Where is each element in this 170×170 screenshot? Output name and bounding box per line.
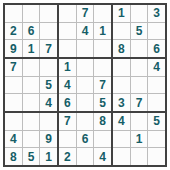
cell-r8c1[interactable]: 4 (5, 131, 22, 148)
cell-r4c2[interactable] (23, 59, 40, 76)
cell-r2c2[interactable]: 6 (23, 23, 40, 40)
cell-r2c6[interactable]: 1 (94, 23, 111, 40)
cell-r8c7[interactable] (113, 131, 130, 148)
cell-r6c4[interactable]: 6 (59, 94, 76, 111)
cell-r1c3[interactable] (40, 5, 57, 22)
cell-r8c6[interactable] (94, 131, 111, 148)
cell-r1c6[interactable] (94, 5, 111, 22)
block-r3c1: 49851 (5, 113, 57, 165)
cell-r5c5[interactable] (77, 77, 94, 94)
cell-r2c1[interactable]: 2 (5, 23, 22, 40)
cell-r2c3[interactable] (40, 23, 57, 40)
cell-r3c9[interactable]: 6 (148, 40, 165, 57)
cell-r9c5[interactable] (77, 148, 94, 165)
block-r2c3: 437 (113, 59, 165, 111)
cell-r7c3[interactable] (40, 113, 57, 130)
cell-r8c3[interactable]: 9 (40, 131, 57, 148)
cell-r9c7[interactable] (113, 148, 130, 165)
cell-r8c5[interactable]: 6 (77, 131, 94, 148)
cell-r4c5[interactable] (77, 59, 94, 76)
cell-r3c7[interactable]: 8 (113, 40, 130, 57)
cell-r4c6[interactable] (94, 59, 111, 76)
block-r1c3: 13586 (113, 5, 165, 57)
block-r3c3: 451 (113, 113, 165, 165)
cell-r5c6[interactable]: 7 (94, 77, 111, 94)
cell-r7c6[interactable]: 8 (94, 113, 111, 130)
cell-r4c8[interactable] (131, 59, 148, 76)
cell-r6c1[interactable] (5, 94, 22, 111)
cell-r7c4[interactable]: 7 (59, 113, 76, 130)
cell-r9c9[interactable] (148, 148, 165, 165)
cell-r1c2[interactable] (23, 5, 40, 22)
cell-r8c9[interactable] (148, 131, 165, 148)
cell-r5c8[interactable] (131, 77, 148, 94)
block-r2c1: 754 (5, 59, 57, 111)
cell-r4c3[interactable] (40, 59, 57, 76)
cell-r2c7[interactable] (113, 23, 130, 40)
cell-r5c4[interactable]: 4 (59, 77, 76, 94)
cell-r1c4[interactable] (59, 5, 76, 22)
cell-r1c1[interactable] (5, 5, 22, 22)
cell-r9c8[interactable] (131, 148, 148, 165)
cell-r3c6[interactable] (94, 40, 111, 57)
cell-r2c5[interactable]: 4 (77, 23, 94, 40)
cell-r4c9[interactable]: 4 (148, 59, 165, 76)
cell-r3c1[interactable]: 9 (5, 40, 22, 57)
cell-r3c5[interactable] (77, 40, 94, 57)
cell-r2c8[interactable]: 5 (131, 23, 148, 40)
cell-r7c8[interactable] (131, 113, 148, 130)
cell-r1c9[interactable]: 3 (148, 5, 165, 22)
cell-r5c9[interactable] (148, 77, 165, 94)
cell-r6c6[interactable]: 5 (94, 94, 111, 111)
cell-r9c6[interactable]: 4 (94, 148, 111, 165)
cell-r6c8[interactable]: 7 (131, 94, 148, 111)
cell-r5c2[interactable] (23, 77, 40, 94)
sudoku-board: 2691774113586754147654374985178624451 (3, 3, 167, 167)
cell-r8c2[interactable] (23, 131, 40, 148)
cell-r6c5[interactable] (77, 94, 94, 111)
cell-r9c3[interactable]: 1 (40, 148, 57, 165)
cell-r1c5[interactable]: 7 (77, 5, 94, 22)
cell-r5c7[interactable] (113, 77, 130, 94)
cell-r6c2[interactable] (23, 94, 40, 111)
cell-r3c8[interactable] (131, 40, 148, 57)
cell-r8c4[interactable] (59, 131, 76, 148)
cell-r9c2[interactable]: 5 (23, 148, 40, 165)
cell-r4c7[interactable] (113, 59, 130, 76)
cell-r6c9[interactable] (148, 94, 165, 111)
cell-r7c1[interactable] (5, 113, 22, 130)
cell-r7c5[interactable] (77, 113, 94, 130)
cell-r4c4[interactable]: 1 (59, 59, 76, 76)
cell-r7c9[interactable]: 5 (148, 113, 165, 130)
cell-r2c4[interactable] (59, 23, 76, 40)
cell-r3c3[interactable]: 7 (40, 40, 57, 57)
cell-r1c7[interactable]: 1 (113, 5, 130, 22)
cell-r8c8[interactable]: 1 (131, 131, 148, 148)
block-r1c2: 741 (59, 5, 111, 57)
cell-r5c3[interactable]: 5 (40, 77, 57, 94)
block-r1c1: 26917 (5, 5, 57, 57)
cell-r9c1[interactable]: 8 (5, 148, 22, 165)
cell-r3c2[interactable]: 1 (23, 40, 40, 57)
cell-r2c9[interactable] (148, 23, 165, 40)
cell-r5c1[interactable] (5, 77, 22, 94)
cell-r9c4[interactable]: 2 (59, 148, 76, 165)
cell-r1c8[interactable] (131, 5, 148, 22)
block-r2c2: 14765 (59, 59, 111, 111)
cell-r7c7[interactable]: 4 (113, 113, 130, 130)
cell-r7c2[interactable] (23, 113, 40, 130)
cell-r3c4[interactable] (59, 40, 76, 57)
cell-r6c7[interactable]: 3 (113, 94, 130, 111)
block-r3c2: 78624 (59, 113, 111, 165)
cell-r6c3[interactable]: 4 (40, 94, 57, 111)
cell-r4c1[interactable]: 7 (5, 59, 22, 76)
